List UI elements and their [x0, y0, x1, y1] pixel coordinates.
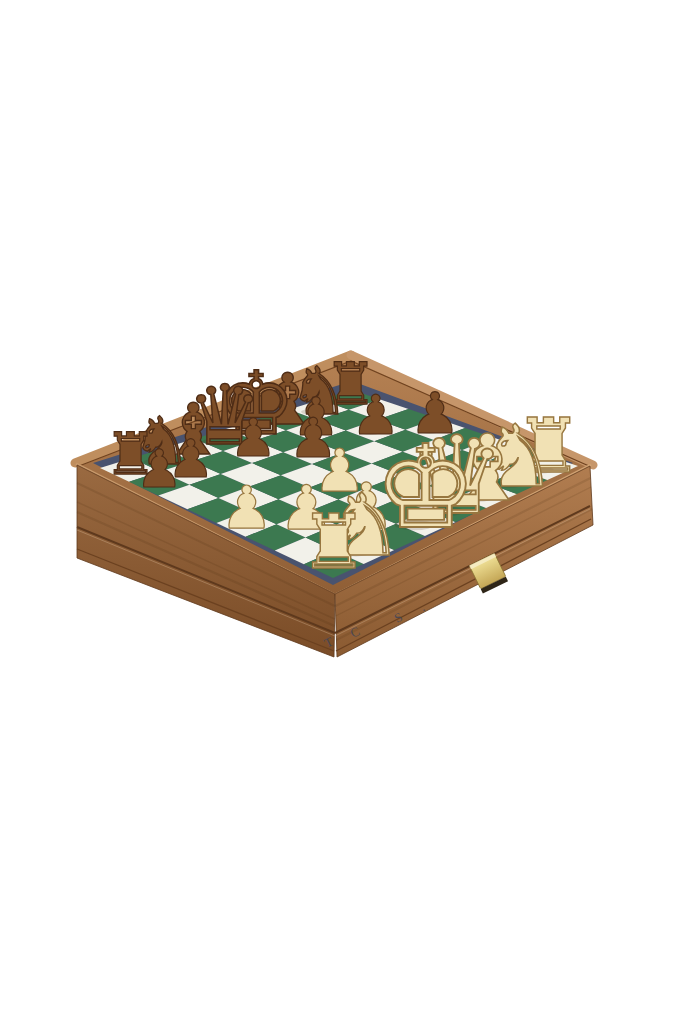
chess-box-product-photo: T C S · ♜♞♝♟♚♟♟♛♝♟♟♞♜♜♟♞♟♟♝♛♚♟♟♟♞♜ [0, 0, 683, 1024]
piece-light-rook-a1: ♜ [300, 498, 368, 586]
piece-light-pawn-a4: ♟ [220, 473, 273, 542]
product-photo-canvas: T C S · ♜♞♝♟♚♟♟♛♝♟♟♞♜♜♟♞♟♟♝♛♚♟♟♟♞♜ [0, 0, 683, 1024]
piece-dark-pawn-d7: ♟ [230, 407, 277, 468]
piece-dark-pawn-a7: ♟ [136, 438, 183, 499]
